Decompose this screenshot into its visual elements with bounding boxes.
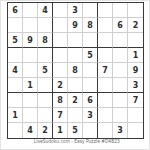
cell-r5c5[interactable]: 8: [68, 63, 83, 78]
cell-r7c6[interactable]: 6: [83, 93, 98, 108]
cell-r2c8[interactable]: 6: [113, 18, 128, 33]
cell-r8c1[interactable]: 1: [8, 108, 23, 123]
cell-r8c5[interactable]: [68, 108, 83, 123]
cell-r5c1[interactable]: 4: [8, 63, 23, 78]
cell-r4c8[interactable]: [113, 48, 128, 63]
cell-r2c3[interactable]: [38, 18, 53, 33]
cell-r2c7[interactable]: [98, 18, 113, 33]
cell-r5c9[interactable]: 9: [128, 63, 143, 78]
cell-r3c7[interactable]: [98, 33, 113, 48]
cell-r9c3[interactable]: 2: [38, 123, 53, 138]
cell-r6c9[interactable]: 3: [128, 78, 143, 93]
cell-r7c7[interactable]: [98, 93, 113, 108]
cell-r5c6[interactable]: [83, 63, 98, 78]
cell-r7c4[interactable]: 8: [53, 93, 68, 108]
cell-r4c1[interactable]: [8, 48, 23, 63]
cell-r2c6[interactable]: 8: [83, 18, 98, 33]
cell-r2c2[interactable]: [23, 18, 38, 33]
cell-r1c6[interactable]: [83, 3, 98, 18]
cell-r8c7[interactable]: [98, 108, 113, 123]
cell-r7c1[interactable]: [8, 93, 23, 108]
cell-r8c6[interactable]: 3: [83, 108, 98, 123]
cell-r5c2[interactable]: [23, 63, 38, 78]
cell-r6c3[interactable]: [38, 78, 53, 93]
cell-r7c5[interactable]: 2: [68, 93, 83, 108]
cell-r2c4[interactable]: [53, 18, 68, 33]
cell-r3c5[interactable]: [68, 33, 83, 48]
cell-r1c8[interactable]: [113, 3, 128, 18]
cell-r8c8[interactable]: [113, 108, 128, 123]
sudoku-board: 64398625985145879123826717342153: [7, 2, 144, 139]
cell-r6c7[interactable]: [98, 78, 113, 93]
cell-r2c5[interactable]: 9: [68, 18, 83, 33]
cell-r3c4[interactable]: [53, 33, 68, 48]
cell-r8c3[interactable]: [38, 108, 53, 123]
cell-r5c3[interactable]: 5: [38, 63, 53, 78]
cell-r9c6[interactable]: [83, 123, 98, 138]
cell-r9c9[interactable]: [128, 123, 143, 138]
cell-r4c2[interactable]: [23, 48, 38, 63]
cell-r1c5[interactable]: 3: [68, 3, 83, 18]
cell-r6c8[interactable]: [113, 78, 128, 93]
cell-r7c3[interactable]: [38, 93, 53, 108]
cell-r3c8[interactable]: [113, 33, 128, 48]
cell-r4c7[interactable]: [98, 48, 113, 63]
cell-r4c5[interactable]: [68, 48, 83, 63]
cell-r6c4[interactable]: 2: [53, 78, 68, 93]
cell-r4c6[interactable]: 5: [83, 48, 98, 63]
cell-r6c5[interactable]: [68, 78, 83, 93]
cell-r3c1[interactable]: 5: [8, 33, 23, 48]
cell-r6c6[interactable]: [83, 78, 98, 93]
cell-r1c3[interactable]: 4: [38, 3, 53, 18]
cell-r9c7[interactable]: [98, 123, 113, 138]
cell-r6c1[interactable]: [8, 78, 23, 93]
cell-r2c1[interactable]: [8, 18, 23, 33]
cell-r3c3[interactable]: 8: [38, 33, 53, 48]
cell-r3c6[interactable]: [83, 33, 98, 48]
cell-r6c2[interactable]: 1: [23, 78, 38, 93]
cell-r5c7[interactable]: 7: [98, 63, 113, 78]
cell-r8c4[interactable]: 7: [53, 108, 68, 123]
cell-r9c1[interactable]: [8, 123, 23, 138]
cell-r7c8[interactable]: [113, 93, 128, 108]
cell-r1c2[interactable]: [23, 3, 38, 18]
cell-r9c2[interactable]: 4: [23, 123, 38, 138]
cell-r9c5[interactable]: 5: [68, 123, 83, 138]
cell-r3c9[interactable]: [128, 33, 143, 48]
cell-r8c2[interactable]: [23, 108, 38, 123]
cell-r2c9[interactable]: 2: [128, 18, 143, 33]
cell-r1c7[interactable]: [98, 3, 113, 18]
cell-r4c3[interactable]: [38, 48, 53, 63]
cell-r1c4[interactable]: [53, 3, 68, 18]
cell-r9c8[interactable]: 3: [113, 123, 128, 138]
cell-r7c2[interactable]: [23, 93, 38, 108]
cell-r1c1[interactable]: 6: [8, 3, 23, 18]
cell-r9c4[interactable]: 1: [53, 123, 68, 138]
cell-r5c8[interactable]: [113, 63, 128, 78]
cell-r3c2[interactable]: 9: [23, 33, 38, 48]
cell-r1c9[interactable]: [128, 3, 143, 18]
cell-r5c4[interactable]: [53, 63, 68, 78]
footer-caption: LiveSudoku.com - Easy Puzzle #D4B23: [34, 139, 117, 144]
cell-r4c9[interactable]: 1: [128, 48, 143, 63]
cell-r4c4[interactable]: [53, 48, 68, 63]
cell-r7c9[interactable]: 7: [128, 93, 143, 108]
cell-r8c9[interactable]: [128, 108, 143, 123]
